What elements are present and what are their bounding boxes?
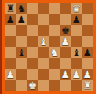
square-b3[interactable] [16,58,27,69]
square-e3[interactable] [49,58,60,69]
square-d1[interactable] [38,80,49,91]
square-e6[interactable] [49,25,60,36]
square-d2[interactable] [38,69,49,80]
square-e8[interactable] [49,3,60,14]
piece-white-pawn: ♟ [61,36,70,47]
square-a4[interactable] [5,47,16,58]
square-g5[interactable] [71,36,82,47]
piece-white-king: ♚ [28,80,37,91]
square-a8[interactable]: ♜ [5,3,16,14]
square-c7[interactable] [27,14,38,25]
square-h1[interactable]: ♜ [82,80,93,91]
piece-white-bishop: ♝ [39,36,48,47]
square-b5[interactable] [16,36,27,47]
piece-black-knight: ♞ [17,3,26,14]
square-b6[interactable] [16,25,27,36]
piece-white-pawn: ♟ [6,69,15,80]
piece-black-pawn: ♟ [6,14,15,25]
square-g4[interactable]: ♝ [71,47,82,58]
square-f8[interactable] [60,3,71,14]
square-e1[interactable] [49,80,60,91]
square-h4[interactable]: ♟ [82,47,93,58]
square-b2[interactable] [16,69,27,80]
square-e4[interactable]: ♞ [49,47,60,58]
piece-white-queen: ♛ [72,3,81,14]
square-a5[interactable] [5,36,16,47]
square-b8[interactable]: ♞ [16,3,27,14]
square-g7[interactable]: ♟ [71,14,82,25]
square-c2[interactable] [27,69,38,80]
square-c8[interactable] [27,3,38,14]
square-f4[interactable] [60,47,71,58]
square-f6[interactable]: ♚ [60,25,71,36]
square-h6[interactable] [82,25,93,36]
square-d8[interactable] [38,3,49,14]
square-a3[interactable] [5,58,16,69]
square-f1[interactable] [60,80,71,91]
square-h2[interactable]: ♟ [82,69,93,80]
square-f5[interactable]: ♟ [60,36,71,47]
square-a7[interactable]: ♟ [5,14,16,25]
square-c1[interactable]: ♚ [27,80,38,91]
square-e7[interactable] [49,14,60,25]
board-frame: ♜♞♛♟♟♟♚♝♟♝♞♝♟♟♟♟♟♚♜ [0,0,96,94]
piece-black-rook: ♜ [6,3,15,14]
square-a6[interactable] [5,25,16,36]
square-f3[interactable] [60,58,71,69]
square-g6[interactable] [71,25,82,36]
square-f2[interactable]: ♟ [60,69,71,80]
square-e2[interactable] [49,69,60,80]
square-d3[interactable] [38,58,49,69]
square-g1[interactable] [71,80,82,91]
piece-black-pawn: ♟ [17,14,26,25]
square-b7[interactable]: ♟ [16,14,27,25]
piece-black-pawn: ♟ [72,14,81,25]
piece-black-bishop: ♝ [72,47,81,58]
square-g2[interactable]: ♟ [71,69,82,80]
piece-white-rook: ♜ [83,80,92,91]
square-a1[interactable] [5,80,16,91]
piece-white-pawn: ♟ [83,69,92,80]
square-e5[interactable] [49,36,60,47]
square-b1[interactable] [16,80,27,91]
square-d6[interactable] [38,25,49,36]
piece-black-pawn: ♟ [83,47,92,58]
square-f7[interactable] [60,14,71,25]
square-h8[interactable] [82,3,93,14]
piece-white-pawn: ♟ [61,69,70,80]
square-d4[interactable] [38,47,49,58]
square-c6[interactable] [27,25,38,36]
square-d7[interactable] [38,14,49,25]
piece-white-knight: ♞ [50,47,59,58]
square-g3[interactable] [71,58,82,69]
square-b4[interactable]: ♝ [16,47,27,58]
piece-black-bishop: ♝ [17,47,26,58]
piece-black-king: ♚ [61,25,70,36]
square-c4[interactable] [27,47,38,58]
square-a2[interactable]: ♟ [5,69,16,80]
square-c3[interactable] [27,58,38,69]
square-d5[interactable]: ♝ [38,36,49,47]
piece-white-pawn: ♟ [72,69,81,80]
square-c5[interactable] [27,36,38,47]
square-h3[interactable] [82,58,93,69]
square-h7[interactable] [82,14,93,25]
chess-board: ♜♞♛♟♟♟♚♝♟♝♞♝♟♟♟♟♟♚♜ [5,3,93,91]
square-g8[interactable]: ♛ [71,3,82,14]
square-h5[interactable] [82,36,93,47]
